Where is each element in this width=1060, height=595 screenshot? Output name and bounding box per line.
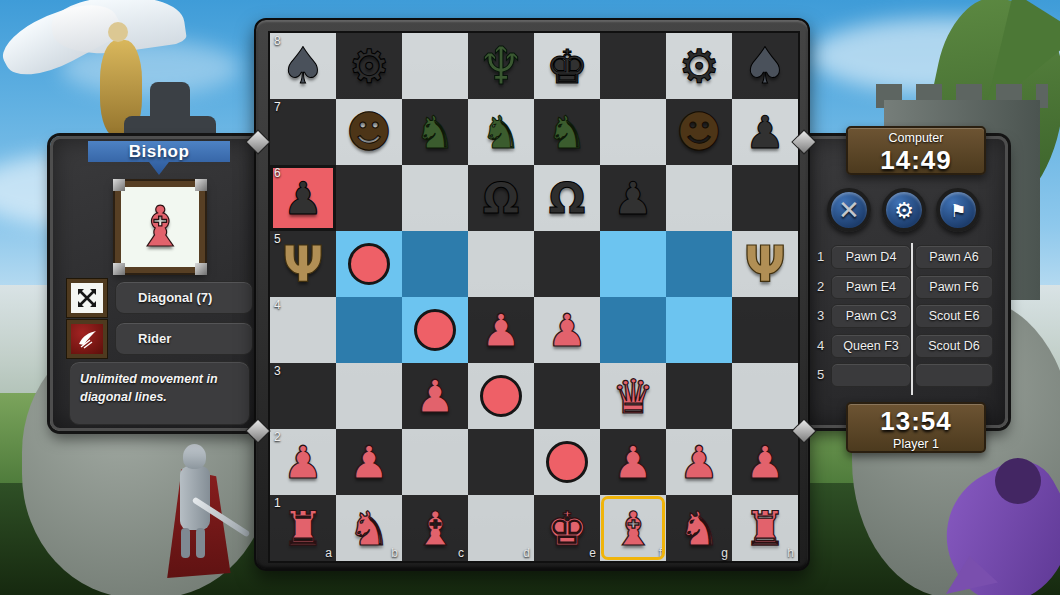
square-g1[interactable]: g♞ xyxy=(666,495,732,561)
square-f5[interactable] xyxy=(600,231,666,297)
piece-tree: Ψ xyxy=(744,240,786,289)
square-b4[interactable] xyxy=(336,297,402,363)
move-number: 3 xyxy=(817,308,829,323)
square-d7[interactable]: ♞ xyxy=(468,99,534,165)
game-panel: Computer 14:49 ✕ ⚙ ⚑ 1Pawn D4Pawn A62Paw… xyxy=(798,136,1008,428)
square-d5[interactable] xyxy=(468,231,534,297)
square-b6[interactable] xyxy=(336,165,402,231)
metal-cross-icon: ✕ xyxy=(838,195,860,225)
move-row: 3Pawn C3Scout E6 xyxy=(801,304,1011,328)
square-f1[interactable]: f♝ xyxy=(600,495,666,561)
piece-rP: ♟ xyxy=(547,308,587,353)
resign-button[interactable]: ⚑ xyxy=(936,188,980,232)
piece-rP: ♟ xyxy=(283,440,323,485)
piece-bP: ♟ xyxy=(283,176,323,221)
square-h2[interactable]: ♟ xyxy=(732,429,798,495)
ability-label: Diagonal (7) xyxy=(115,281,253,314)
piece-rP: ♟ xyxy=(415,374,455,419)
piece-bShell: ♠ xyxy=(281,41,326,91)
square-d6[interactable]: Ω xyxy=(468,165,534,231)
move-cell[interactable]: Pawn D4 xyxy=(831,245,911,269)
square-c6[interactable] xyxy=(402,165,468,231)
piece-bK: ♚ xyxy=(546,43,588,90)
square-e7[interactable]: ♞ xyxy=(534,99,600,165)
rank-label: 6 xyxy=(274,166,281,180)
move-number: 1 xyxy=(817,249,829,264)
square-a7[interactable]: 7 xyxy=(270,99,336,165)
piece-bShell: ♠ xyxy=(743,41,788,91)
move-cell[interactable]: Pawn F6 xyxy=(915,275,993,299)
square-d1[interactable]: d xyxy=(468,495,534,561)
move-dot[interactable] xyxy=(414,309,456,351)
piece-bWyvern: ♆ xyxy=(478,40,525,92)
piece-rQ: ♛ xyxy=(612,373,654,420)
knight-figure xyxy=(150,428,245,595)
piece-bDrag: ♞ xyxy=(481,110,521,155)
square-e4[interactable]: ♟ xyxy=(534,297,600,363)
piece-rP: ♟ xyxy=(481,308,521,353)
square-g5[interactable] xyxy=(666,231,732,297)
file-label: e xyxy=(589,546,596,560)
bishop-portrait-icon: ♝ xyxy=(135,199,185,255)
file-label: h xyxy=(787,546,794,560)
square-b7[interactable]: ☻ xyxy=(336,99,402,165)
piece-bGolem: ⚙ xyxy=(678,43,719,89)
move-cell[interactable]: Pawn C3 xyxy=(831,304,911,328)
rank-label: 8 xyxy=(274,34,281,48)
player-name: Player 1 xyxy=(848,437,984,451)
flag-icon: ⚑ xyxy=(950,200,966,221)
move-row: 5 xyxy=(801,363,1011,387)
square-f7[interactable] xyxy=(600,99,666,165)
square-g4[interactable] xyxy=(666,297,732,363)
piece-rP: ♟ xyxy=(679,440,719,485)
square-e8[interactable]: ♚ xyxy=(534,33,600,99)
move-dot[interactable] xyxy=(480,375,522,417)
square-c3[interactable]: ♟ xyxy=(402,363,468,429)
square-e1[interactable]: e♚ xyxy=(534,495,600,561)
selection-ring xyxy=(601,496,665,560)
move-cell[interactable]: Pawn A6 xyxy=(915,245,993,269)
opponent-name: Computer xyxy=(848,131,984,145)
move-dot[interactable] xyxy=(546,441,588,483)
ability-row: Rider xyxy=(67,320,253,356)
opponent-clock: 14:49 xyxy=(848,145,984,176)
square-e2[interactable] xyxy=(534,429,600,495)
move-number: 5 xyxy=(817,367,829,382)
square-c7[interactable]: ♞ xyxy=(402,99,468,165)
piece-rR: ♜ xyxy=(744,505,786,552)
square-a6[interactable]: 6♟ xyxy=(270,165,336,231)
piece-info-panel: Bishop ♝ Diagonal (7) xyxy=(50,136,262,431)
square-h4[interactable] xyxy=(732,297,798,363)
square-a1[interactable]: 1a♜ xyxy=(270,495,336,561)
mermaid-hair xyxy=(995,458,1041,504)
file-label: c xyxy=(458,546,464,560)
square-a5[interactable]: 5Ψ xyxy=(270,231,336,297)
move-cell[interactable]: Pawn E4 xyxy=(831,275,911,299)
piece-rR: ♜ xyxy=(282,505,324,552)
move-row: 2Pawn E4Pawn F6 xyxy=(801,275,1011,299)
piece-portrait: ♝ xyxy=(115,181,205,273)
piece-bP: ♟ xyxy=(745,110,785,155)
square-a3[interactable]: 3 xyxy=(270,363,336,429)
rank-label: 3 xyxy=(274,364,281,378)
ability-label: Rider xyxy=(115,322,253,355)
ability-row: Diagonal (7) xyxy=(67,279,253,315)
piece-rP: ♟ xyxy=(613,440,653,485)
piece-name-banner: Bishop xyxy=(88,141,230,175)
exit-button[interactable]: ✕ xyxy=(827,188,871,232)
square-b2[interactable]: ♟ xyxy=(336,429,402,495)
square-h7[interactable]: ♟ xyxy=(732,99,798,165)
portrait-corner xyxy=(113,263,125,275)
move-cell[interactable]: Scout E6 xyxy=(915,304,993,328)
rider-wing-icon xyxy=(67,320,107,358)
square-g8[interactable]: ⚙ xyxy=(666,33,732,99)
file-label: a xyxy=(325,546,332,560)
move-cell[interactable]: Scout D6 xyxy=(915,334,993,358)
move-number: 4 xyxy=(817,338,829,353)
square-c4[interactable] xyxy=(402,297,468,363)
move-dot[interactable] xyxy=(348,243,390,285)
move-row: 1Pawn D4Pawn A6 xyxy=(801,245,1011,269)
file-label: g xyxy=(721,546,728,560)
square-a2[interactable]: 2♟ xyxy=(270,429,336,495)
portrait-corner xyxy=(113,179,125,191)
square-c1[interactable]: c♝ xyxy=(402,495,468,561)
piece-rN: ♞ xyxy=(348,505,390,552)
piece-rK: ♚ xyxy=(546,505,588,552)
piece-tree: Ψ xyxy=(282,240,324,289)
square-f6[interactable]: ♟ xyxy=(600,165,666,231)
piece-rP: ♟ xyxy=(349,440,389,485)
square-e5[interactable] xyxy=(534,231,600,297)
opponent-clock-plaque: Computer 14:49 xyxy=(846,126,986,175)
board: 8♠⚙♆♚⚙♠7☻♞♞♞☻♟6♟ΩΩ♟5ΨΨ4♟♟3♟♛2♟♟♟♟♟1a♜b♞c… xyxy=(270,33,798,561)
move-cell[interactable] xyxy=(831,363,911,387)
settings-button[interactable]: ⚙ xyxy=(882,188,926,232)
square-c2[interactable] xyxy=(402,429,468,495)
square-d4[interactable]: ♟ xyxy=(468,297,534,363)
ability-description: Unlimited movement in diagonal lines. xyxy=(69,361,250,425)
move-cell[interactable]: Queen F3 xyxy=(831,334,911,358)
portrait-corner xyxy=(195,263,207,275)
game-screen: 8♠⚙♆♚⚙♠7☻♞♞♞☻♟6♟ΩΩ♟5ΨΨ4♟♟3♟♛2♟♟♟♟♟1a♜b♞c… xyxy=(0,0,1060,595)
piece-rP: ♟ xyxy=(745,440,785,485)
move-cell[interactable] xyxy=(915,363,993,387)
rank-label: 2 xyxy=(274,430,281,444)
rank-label: 5 xyxy=(274,232,281,246)
square-f2[interactable]: ♟ xyxy=(600,429,666,495)
move-list-divider xyxy=(911,243,913,395)
rank-label: 7 xyxy=(274,100,281,114)
file-label: d xyxy=(523,546,530,560)
square-b3[interactable] xyxy=(336,363,402,429)
piece-rB: ♝ xyxy=(414,505,456,552)
square-c5[interactable] xyxy=(402,231,468,297)
rank-label: 4 xyxy=(274,298,281,312)
angel-head xyxy=(108,22,128,42)
square-h1[interactable]: h♜ xyxy=(732,495,798,561)
square-b5[interactable] xyxy=(336,231,402,297)
square-e3[interactable] xyxy=(534,363,600,429)
knight-leg xyxy=(196,528,205,558)
rank-label: 1 xyxy=(274,496,281,510)
file-label: b xyxy=(391,546,398,560)
square-f8[interactable] xyxy=(600,33,666,99)
square-h6[interactable] xyxy=(732,165,798,231)
piece-bP: ♟ xyxy=(613,176,653,221)
player-clock: 13:54 xyxy=(848,406,984,437)
square-c8[interactable] xyxy=(402,33,468,99)
piece-bScout: Ω xyxy=(549,177,586,220)
knight-helmet xyxy=(183,444,206,469)
square-g6[interactable] xyxy=(666,165,732,231)
square-g2[interactable]: ♟ xyxy=(666,429,732,495)
knight-leg xyxy=(181,528,190,558)
square-h8[interactable]: ♠ xyxy=(732,33,798,99)
piece-bFrog: ☻ xyxy=(676,110,722,154)
piece-bFrog: ☻ xyxy=(346,110,392,154)
square-a4[interactable]: 4 xyxy=(270,297,336,363)
piece-bDrag: ♞ xyxy=(547,110,587,155)
square-f4[interactable] xyxy=(600,297,666,363)
square-h3[interactable] xyxy=(732,363,798,429)
square-d8[interactable]: ♆ xyxy=(468,33,534,99)
square-e6[interactable]: Ω xyxy=(534,165,600,231)
square-d2[interactable] xyxy=(468,429,534,495)
square-b8[interactable]: ⚙ xyxy=(336,33,402,99)
portrait-corner xyxy=(195,179,207,191)
board-frame: 8♠⚙♆♚⚙♠7☻♞♞♞☻♟6♟ΩΩ♟5ΨΨ4♟♟3♟♛2♟♟♟♟♟1a♜b♞c… xyxy=(254,18,810,571)
square-a8[interactable]: 8♠ xyxy=(270,33,336,99)
piece-bDrag: ♞ xyxy=(415,110,455,155)
move-number: 2 xyxy=(817,279,829,294)
piece-rN: ♞ xyxy=(678,505,720,552)
move-list: 1Pawn D4Pawn A62Pawn E4Pawn F63Pawn C3Sc… xyxy=(801,245,1011,397)
square-h5[interactable]: Ψ xyxy=(732,231,798,297)
square-b1[interactable]: b♞ xyxy=(336,495,402,561)
piece-bScout: Ω xyxy=(483,177,520,220)
piece-bGolem: ⚙ xyxy=(348,43,389,89)
player-clock-plaque: 13:54 Player 1 xyxy=(846,402,986,453)
move-row: 4Queen F3Scout D6 xyxy=(801,334,1011,358)
square-g7[interactable]: ☻ xyxy=(666,99,732,165)
square-g3[interactable] xyxy=(666,363,732,429)
diagonal-arrows-icon xyxy=(67,279,107,317)
square-d3[interactable] xyxy=(468,363,534,429)
square-f3[interactable]: ♛ xyxy=(600,363,666,429)
gear-icon: ⚙ xyxy=(894,198,914,223)
